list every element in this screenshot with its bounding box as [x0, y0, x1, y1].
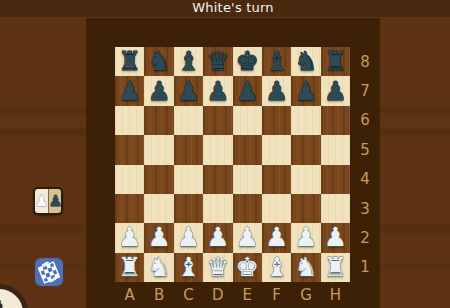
square-c5[interactable] [174, 135, 203, 164]
square-d7[interactable]: ♟ [203, 76, 232, 105]
file-label-e: E [233, 282, 262, 308]
square-g2[interactable]: ♟ [291, 223, 320, 252]
square-g3[interactable] [291, 194, 320, 223]
square-h6[interactable] [321, 106, 350, 135]
white-pawn[interactable]: ♟ [265, 223, 288, 252]
square-b7[interactable]: ♟ [144, 76, 173, 105]
file-label-c: C [174, 282, 203, 308]
square-c2[interactable]: ♟ [174, 223, 203, 252]
square-e4[interactable] [233, 165, 262, 194]
square-g1[interactable]: ♞ [291, 253, 320, 282]
square-h2[interactable]: ♟ [321, 223, 350, 252]
square-b8[interactable]: ♞ [144, 47, 173, 76]
square-d1[interactable]: ♛ [203, 253, 232, 282]
rank-label-5: 5 [350, 135, 380, 164]
square-f6[interactable] [262, 106, 291, 135]
white-pawn[interactable]: ♟ [206, 223, 229, 252]
black-rook[interactable]: ♜ [118, 47, 141, 76]
player-colors-button[interactable]: ♟ ♟ [33, 187, 63, 215]
black-pawn[interactable]: ♟ [294, 77, 317, 106]
square-f5[interactable] [262, 135, 291, 164]
square-a3[interactable] [115, 194, 144, 223]
square-g7[interactable]: ♟ [291, 76, 320, 105]
black-pawn[interactable]: ♟ [118, 77, 141, 106]
black-rook[interactable]: ♜ [324, 47, 347, 76]
black-queen[interactable]: ♛ [206, 47, 229, 76]
square-a8[interactable]: ♜ [115, 47, 144, 76]
square-e3[interactable] [233, 194, 262, 223]
square-h1[interactable]: ♜ [321, 253, 350, 282]
white-bishop[interactable]: ♝ [265, 253, 288, 282]
square-b2[interactable]: ♟ [144, 223, 173, 252]
square-a4[interactable] [115, 165, 144, 194]
rank-label-8: 8 [350, 47, 380, 76]
black-knight[interactable]: ♞ [147, 47, 170, 76]
square-e1[interactable]: ♚ [233, 253, 262, 282]
square-d2[interactable]: ♟ [203, 223, 232, 252]
rank-labels: 87654321 [350, 47, 380, 282]
corner-pawn-icon: ♟ [0, 298, 9, 308]
white-rook[interactable]: ♜ [324, 253, 347, 282]
square-b5[interactable] [144, 135, 173, 164]
white-pawn[interactable]: ♟ [236, 223, 259, 252]
black-pawn[interactable]: ♟ [206, 77, 229, 106]
square-c1[interactable]: ♝ [174, 253, 203, 282]
file-label-h: H [321, 282, 350, 308]
white-knight[interactable]: ♞ [294, 253, 317, 282]
rank-label-2: 2 [350, 223, 380, 252]
white-king[interactable]: ♚ [236, 253, 259, 282]
square-c4[interactable] [174, 165, 203, 194]
square-e7[interactable]: ♟ [233, 76, 262, 105]
white-pawn[interactable]: ♟ [177, 223, 200, 252]
black-pawn[interactable]: ♟ [236, 77, 259, 106]
white-queen[interactable]: ♛ [206, 253, 229, 282]
square-c7[interactable]: ♟ [174, 76, 203, 105]
square-d5[interactable] [203, 135, 232, 164]
square-h4[interactable] [321, 165, 350, 194]
board-frame: ♜♞♝♛♚♝♞♜♟♟♟♟♟♟♟♟♟♟♟♟♟♟♟♟♜♞♝♛♚♝♞♜ 8765432… [86, 18, 380, 308]
square-f8[interactable]: ♝ [262, 47, 291, 76]
square-a7[interactable]: ♟ [115, 76, 144, 105]
flip-board-icon [35, 258, 63, 286]
white-pawn[interactable]: ♟ [118, 223, 141, 252]
black-pawn[interactable]: ♟ [324, 77, 347, 106]
white-pawn[interactable]: ♟ [294, 223, 317, 252]
rank-label-3: 3 [350, 194, 380, 223]
square-b3[interactable] [144, 194, 173, 223]
black-knight[interactable]: ♞ [294, 47, 317, 76]
black-pawn[interactable]: ♟ [147, 77, 170, 106]
file-label-a: A [115, 282, 144, 308]
white-pawn[interactable]: ♟ [324, 223, 347, 252]
black-pawn[interactable]: ♟ [177, 77, 200, 106]
square-f4[interactable] [262, 165, 291, 194]
square-d6[interactable] [203, 106, 232, 135]
square-e6[interactable] [233, 106, 262, 135]
black-pawn[interactable]: ♟ [265, 77, 288, 106]
square-d3[interactable] [203, 194, 232, 223]
board: ♜♞♝♛♚♝♞♜♟♟♟♟♟♟♟♟♟♟♟♟♟♟♟♟♜♞♝♛♚♝♞♜ [115, 47, 350, 282]
white-pawn-icon: ♟ [35, 189, 49, 213]
square-f1[interactable]: ♝ [262, 253, 291, 282]
black-king[interactable]: ♚ [236, 47, 259, 76]
corner-menu-button[interactable]: ♟ [0, 284, 28, 308]
white-rook[interactable]: ♜ [118, 253, 141, 282]
square-f2[interactable]: ♟ [262, 223, 291, 252]
square-b1[interactable]: ♞ [144, 253, 173, 282]
square-e2[interactable]: ♟ [233, 223, 262, 252]
square-a6[interactable] [115, 106, 144, 135]
square-d4[interactable] [203, 165, 232, 194]
square-g6[interactable] [291, 106, 320, 135]
square-c6[interactable] [174, 106, 203, 135]
square-h8[interactable]: ♜ [321, 47, 350, 76]
square-d8[interactable]: ♛ [203, 47, 232, 76]
square-e5[interactable] [233, 135, 262, 164]
square-b6[interactable] [144, 106, 173, 135]
square-h5[interactable] [321, 135, 350, 164]
file-labels: ABCDEFGH [115, 282, 350, 308]
rank-label-6: 6 [350, 106, 380, 135]
black-pawn-icon: ♟ [49, 189, 62, 213]
square-c8[interactable]: ♝ [174, 47, 203, 76]
black-bishop[interactable]: ♝ [177, 47, 200, 76]
square-h7[interactable]: ♟ [321, 76, 350, 105]
chess-app: { "game": "chess", "position": "rnbqkbnr… [0, 0, 450, 308]
square-g4[interactable] [291, 165, 320, 194]
square-g5[interactable] [291, 135, 320, 164]
square-a5[interactable] [115, 135, 144, 164]
white-pawn[interactable]: ♟ [147, 223, 170, 252]
rank-label-1: 1 [350, 253, 380, 282]
turn-indicator: White's turn [86, 0, 380, 17]
file-label-f: F [262, 282, 291, 308]
white-bishop[interactable]: ♝ [177, 253, 200, 282]
flip-board-button[interactable] [35, 258, 63, 286]
square-b4[interactable] [144, 165, 173, 194]
rank-label-7: 7 [350, 76, 380, 105]
square-e8[interactable]: ♚ [233, 47, 262, 76]
square-h3[interactable] [321, 194, 350, 223]
white-knight[interactable]: ♞ [147, 253, 170, 282]
square-f7[interactable]: ♟ [262, 76, 291, 105]
file-label-g: G [291, 282, 320, 308]
square-f3[interactable] [262, 194, 291, 223]
square-g8[interactable]: ♞ [291, 47, 320, 76]
black-bishop[interactable]: ♝ [265, 47, 288, 76]
file-label-d: D [203, 282, 232, 308]
rank-label-4: 4 [350, 165, 380, 194]
file-label-b: B [144, 282, 173, 308]
square-c3[interactable] [174, 194, 203, 223]
square-a1[interactable]: ♜ [115, 253, 144, 282]
square-a2[interactable]: ♟ [115, 223, 144, 252]
